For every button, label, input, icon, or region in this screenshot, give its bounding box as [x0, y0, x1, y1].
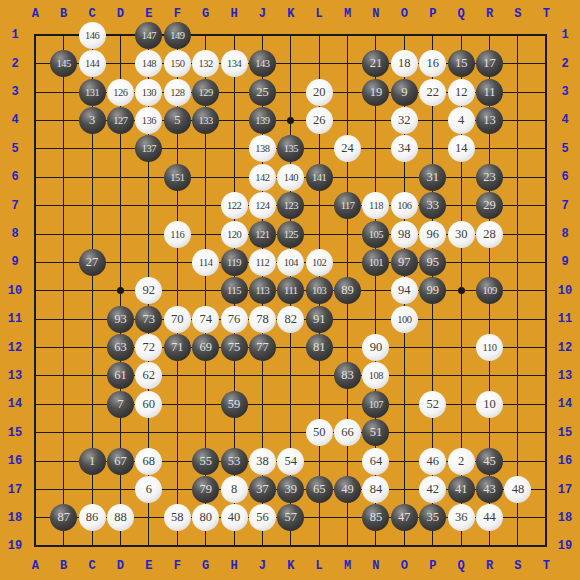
row-label-right-13: 13	[553, 369, 577, 383]
stone-J10: 113	[249, 277, 276, 304]
row-label-right-19: 19	[553, 539, 577, 553]
row-label-right-11: 11	[553, 312, 577, 326]
star-point-Q10	[458, 287, 465, 294]
row-label-left-8: 8	[3, 227, 27, 241]
row-label-right-3: 3	[553, 85, 577, 99]
row-label-left-17: 17	[3, 483, 27, 497]
stone-R14: 10	[476, 391, 503, 418]
stone-F18: 58	[164, 504, 191, 531]
row-label-right-6: 6	[553, 170, 577, 184]
stone-L10: 103	[306, 277, 333, 304]
row-label-left-7: 7	[3, 199, 27, 213]
stone-C16: 1	[79, 448, 106, 475]
stone-G3: 129	[192, 79, 219, 106]
stone-O9: 97	[391, 249, 418, 276]
stone-C2: 144	[79, 50, 106, 77]
row-label-right-18: 18	[553, 511, 577, 525]
stone-J7: 124	[249, 192, 276, 219]
stone-Q17: 41	[448, 476, 475, 503]
stone-R12: 110	[476, 334, 503, 361]
stone-R17: 43	[476, 476, 503, 503]
stone-H2: 134	[221, 50, 248, 77]
row-label-right-17: 17	[553, 483, 577, 497]
stone-O4: 32	[391, 107, 418, 134]
column-label-bottom-A: A	[25, 559, 45, 573]
stone-C18: 86	[79, 504, 106, 531]
stone-G11: 74	[192, 306, 219, 333]
row-label-left-16: 16	[3, 454, 27, 468]
stone-D3: 126	[107, 79, 134, 106]
stone-J12: 77	[249, 334, 276, 361]
stone-N16: 64	[362, 448, 389, 475]
stone-N8: 105	[362, 221, 389, 248]
column-label-bottom-J: J	[252, 559, 272, 573]
stone-H9: 119	[221, 249, 248, 276]
stone-K16: 54	[277, 448, 304, 475]
stone-D12: 63	[107, 334, 134, 361]
stone-L15: 50	[306, 419, 333, 446]
stone-H11: 76	[221, 306, 248, 333]
row-label-right-10: 10	[553, 284, 577, 298]
column-label-bottom-E: E	[139, 559, 159, 573]
row-label-left-18: 18	[3, 511, 27, 525]
stone-F3: 128	[164, 79, 191, 106]
stone-O3: 9	[391, 79, 418, 106]
stone-R8: 28	[476, 221, 503, 248]
column-label-top-L: L	[309, 7, 329, 21]
stone-L9: 102	[306, 249, 333, 276]
stone-L6: 141	[306, 164, 333, 191]
stone-G17: 79	[192, 476, 219, 503]
stone-Q16: 2	[448, 448, 475, 475]
row-label-right-15: 15	[553, 426, 577, 440]
stone-J4: 139	[249, 107, 276, 134]
go-board-diagram: AABBCCDDEEFFGGHHJJKKLLMMNNOOPPQQRRSSTT11…	[0, 0, 580, 580]
column-label-top-Q: Q	[451, 7, 471, 21]
row-label-right-12: 12	[553, 341, 577, 355]
column-label-bottom-S: S	[508, 559, 528, 573]
stone-M17: 49	[334, 476, 361, 503]
stone-C4: 3	[79, 107, 106, 134]
stone-C1: 146	[79, 22, 106, 49]
stone-D11: 93	[107, 306, 134, 333]
stone-G12: 69	[192, 334, 219, 361]
stone-H12: 75	[221, 334, 248, 361]
stone-O10: 94	[391, 277, 418, 304]
column-label-top-P: P	[423, 7, 443, 21]
stone-Q5: 14	[448, 135, 475, 162]
column-label-top-C: C	[82, 7, 102, 21]
column-label-top-R: R	[480, 7, 500, 21]
stone-K8: 125	[277, 221, 304, 248]
stone-P8: 96	[419, 221, 446, 248]
column-label-top-B: B	[54, 7, 74, 21]
column-label-top-M: M	[338, 7, 358, 21]
stone-F6: 151	[164, 164, 191, 191]
stone-J2: 143	[249, 50, 276, 77]
column-label-top-T: T	[536, 7, 556, 21]
column-label-bottom-M: M	[338, 559, 358, 573]
stone-J16: 38	[249, 448, 276, 475]
column-label-top-F: F	[167, 7, 187, 21]
column-label-top-E: E	[139, 7, 159, 21]
stone-H7: 122	[221, 192, 248, 219]
row-label-right-4: 4	[553, 113, 577, 127]
stone-D16: 67	[107, 448, 134, 475]
row-label-left-1: 1	[3, 28, 27, 42]
stone-R4: 13	[476, 107, 503, 134]
stone-H17: 8	[221, 476, 248, 503]
row-label-left-11: 11	[3, 312, 27, 326]
stone-N3: 19	[362, 79, 389, 106]
row-label-left-6: 6	[3, 170, 27, 184]
stone-F1: 149	[164, 22, 191, 49]
grid-hline	[35, 432, 546, 433]
stone-Q4: 4	[448, 107, 475, 134]
stone-C9: 27	[79, 249, 106, 276]
stone-P16: 46	[419, 448, 446, 475]
column-label-bottom-H: H	[224, 559, 244, 573]
stone-J3: 25	[249, 79, 276, 106]
column-label-bottom-D: D	[110, 559, 130, 573]
row-label-left-2: 2	[3, 57, 27, 71]
stone-J17: 37	[249, 476, 276, 503]
column-label-bottom-Q: Q	[451, 559, 471, 573]
stone-C3: 131	[79, 79, 106, 106]
stone-K6: 140	[277, 164, 304, 191]
stone-G4: 133	[192, 107, 219, 134]
column-label-top-D: D	[110, 7, 130, 21]
row-label-right-1: 1	[553, 28, 577, 42]
column-label-top-G: G	[196, 7, 216, 21]
stone-H14: 59	[221, 391, 248, 418]
stone-P9: 95	[419, 249, 446, 276]
stone-J6: 142	[249, 164, 276, 191]
column-label-bottom-C: C	[82, 559, 102, 573]
row-label-right-16: 16	[553, 454, 577, 468]
row-label-left-13: 13	[3, 369, 27, 383]
column-label-bottom-B: B	[54, 559, 74, 573]
stone-R6: 23	[476, 164, 503, 191]
stone-Q8: 30	[448, 221, 475, 248]
stone-J9: 112	[249, 249, 276, 276]
row-label-left-10: 10	[3, 284, 27, 298]
stone-L17: 65	[306, 476, 333, 503]
row-label-left-19: 19	[3, 539, 27, 553]
stone-O11: 100	[391, 306, 418, 333]
stone-K9: 104	[277, 249, 304, 276]
column-label-bottom-F: F	[167, 559, 187, 573]
stone-L11: 91	[306, 306, 333, 333]
stone-P3: 22	[419, 79, 446, 106]
column-label-top-K: K	[281, 7, 301, 21]
column-label-bottom-T: T	[536, 559, 556, 573]
row-label-right-5: 5	[553, 142, 577, 156]
stone-H18: 40	[221, 504, 248, 531]
stone-E11: 73	[135, 306, 162, 333]
stone-O2: 18	[391, 50, 418, 77]
stone-Q2: 15	[448, 50, 475, 77]
stone-H10: 115	[221, 277, 248, 304]
column-label-bottom-R: R	[480, 559, 500, 573]
column-label-bottom-O: O	[394, 559, 414, 573]
stone-R3: 11	[476, 79, 503, 106]
stone-H16: 53	[221, 448, 248, 475]
stone-F11: 70	[164, 306, 191, 333]
row-label-left-14: 14	[3, 397, 27, 411]
row-label-right-14: 14	[553, 397, 577, 411]
stone-D14: 7	[107, 391, 134, 418]
stone-G16: 55	[192, 448, 219, 475]
stone-Q3: 12	[448, 79, 475, 106]
column-label-bottom-N: N	[366, 559, 386, 573]
grid-vline	[517, 35, 518, 546]
stone-F2: 150	[164, 50, 191, 77]
stone-G9: 114	[192, 249, 219, 276]
column-label-top-J: J	[252, 7, 272, 21]
stone-P14: 52	[419, 391, 446, 418]
stone-P6: 31	[419, 164, 446, 191]
column-label-top-S: S	[508, 7, 528, 21]
stone-F12: 71	[164, 334, 191, 361]
row-label-right-8: 8	[553, 227, 577, 241]
row-label-left-15: 15	[3, 426, 27, 440]
stone-L12: 81	[306, 334, 333, 361]
column-label-bottom-G: G	[196, 559, 216, 573]
column-label-top-H: H	[224, 7, 244, 21]
stone-L3: 20	[306, 79, 333, 106]
row-label-left-5: 5	[3, 142, 27, 156]
row-label-right-9: 9	[553, 255, 577, 269]
stone-K11: 82	[277, 306, 304, 333]
stone-O8: 98	[391, 221, 418, 248]
row-label-left-9: 9	[3, 255, 27, 269]
stone-R7: 29	[476, 192, 503, 219]
row-label-right-7: 7	[553, 199, 577, 213]
row-label-right-2: 2	[553, 57, 577, 71]
row-label-left-3: 3	[3, 85, 27, 99]
stone-J8: 121	[249, 221, 276, 248]
column-label-top-A: A	[25, 7, 45, 21]
column-label-bottom-K: K	[281, 559, 301, 573]
stone-O7: 106	[391, 192, 418, 219]
column-label-top-O: O	[394, 7, 414, 21]
stone-L4: 26	[306, 107, 333, 134]
stone-F4: 5	[164, 107, 191, 134]
column-label-top-N: N	[366, 7, 386, 21]
row-label-left-4: 4	[3, 113, 27, 127]
stone-Q18: 36	[448, 504, 475, 531]
stone-R16: 45	[476, 448, 503, 475]
column-label-bottom-P: P	[423, 559, 443, 573]
stone-H8: 120	[221, 221, 248, 248]
stone-E3: 130	[135, 79, 162, 106]
stone-D4: 127	[107, 107, 134, 134]
stone-E16: 68	[135, 448, 162, 475]
stone-E1: 147	[135, 22, 162, 49]
stone-F8: 116	[164, 221, 191, 248]
column-label-bottom-L: L	[309, 559, 329, 573]
stone-M7: 117	[334, 192, 361, 219]
stone-J11: 78	[249, 306, 276, 333]
row-label-left-12: 12	[3, 341, 27, 355]
